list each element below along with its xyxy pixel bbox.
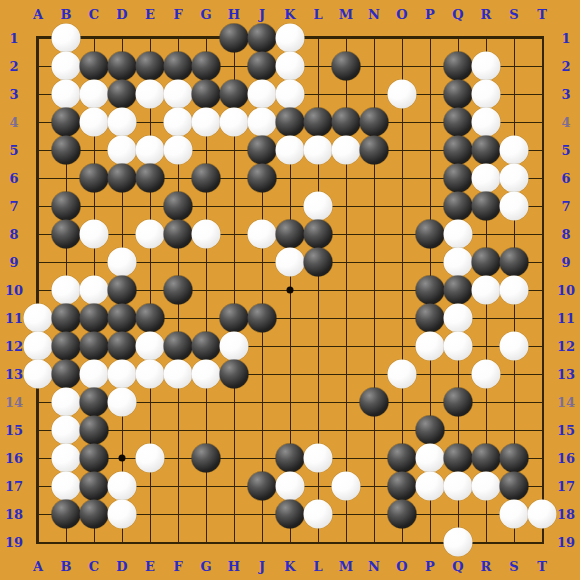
black-stone[interactable] [276,220,305,249]
column-label-top: S [509,8,518,21]
white-stone[interactable] [304,192,333,221]
black-stone[interactable] [192,164,221,193]
black-stone[interactable] [220,80,249,109]
column-label-bottom: E [145,560,155,573]
white-stone[interactable] [500,332,529,361]
white-stone[interactable] [500,276,529,305]
row-label-right: 2 [561,60,570,73]
white-stone[interactable] [472,80,501,109]
row-label-right: 6 [561,172,570,185]
black-stone[interactable] [388,500,417,529]
black-stone[interactable] [164,276,193,305]
white-stone[interactable] [276,136,305,165]
row-label-right: 15 [557,424,575,437]
white-stone[interactable] [472,472,501,501]
column-label-bottom: A [33,560,43,573]
column-label-bottom: S [509,560,518,573]
white-stone[interactable] [248,80,277,109]
column-label-top: T [537,8,547,21]
white-stone[interactable] [472,164,501,193]
black-stone[interactable] [80,444,109,473]
black-stone[interactable] [220,24,249,53]
black-stone[interactable] [500,472,529,501]
black-stone[interactable] [444,164,473,193]
black-stone[interactable] [444,136,473,165]
row-label-right: 16 [557,452,575,465]
column-label-top: J [259,8,265,21]
white-stone[interactable] [472,276,501,305]
black-stone[interactable] [52,304,81,333]
white-stone[interactable] [528,500,557,529]
black-stone[interactable] [248,136,277,165]
white-stone[interactable] [472,360,501,389]
white-stone[interactable] [220,108,249,137]
row-label-left: 12 [5,340,23,353]
black-stone[interactable] [500,248,529,277]
white-stone[interactable] [52,388,81,417]
row-label-left: 5 [9,144,18,157]
white-stone[interactable] [220,332,249,361]
white-stone[interactable] [276,24,305,53]
black-stone[interactable] [444,192,473,221]
black-stone[interactable] [276,444,305,473]
white-stone[interactable] [52,444,81,473]
black-stone[interactable] [444,388,473,417]
white-stone[interactable] [164,80,193,109]
black-stone[interactable] [164,332,193,361]
black-stone[interactable] [164,192,193,221]
black-stone[interactable] [52,108,81,137]
white-stone[interactable] [276,52,305,81]
row-label-right: 17 [557,480,575,493]
white-stone[interactable] [444,472,473,501]
black-stone[interactable] [416,220,445,249]
black-stone[interactable] [80,164,109,193]
white-stone[interactable] [388,80,417,109]
white-stone[interactable] [24,360,53,389]
white-stone[interactable] [136,360,165,389]
black-stone[interactable] [444,444,473,473]
white-stone[interactable] [388,360,417,389]
row-label-right: 18 [557,508,575,521]
white-stone[interactable] [192,360,221,389]
column-label-top: C [89,8,99,21]
black-stone[interactable] [304,248,333,277]
white-stone[interactable] [192,220,221,249]
column-label-top: B [61,8,72,21]
row-label-left: 16 [5,452,23,465]
black-stone[interactable] [444,108,473,137]
column-label-bottom: Q [452,560,463,573]
black-stone[interactable] [276,500,305,529]
row-label-left: 15 [5,424,23,437]
black-stone[interactable] [52,500,81,529]
column-label-top: O [396,8,407,21]
white-stone[interactable] [304,136,333,165]
row-label-right: 9 [561,256,570,269]
white-stone[interactable] [108,136,137,165]
black-stone[interactable] [108,304,137,333]
row-label-right: 4 [561,116,570,129]
white-stone[interactable] [444,332,473,361]
black-stone[interactable] [444,276,473,305]
white-stone[interactable] [80,108,109,137]
column-label-bottom: T [537,560,547,573]
black-stone[interactable] [248,472,277,501]
row-label-right: 1 [561,32,570,45]
row-label-right: 11 [557,312,575,325]
white-stone[interactable] [304,500,333,529]
white-stone[interactable] [52,52,81,81]
black-stone[interactable] [444,80,473,109]
row-label-left: 18 [5,508,23,521]
black-stone[interactable] [192,444,221,473]
column-label-top: M [339,8,353,21]
row-label-left: 4 [9,116,18,129]
black-stone[interactable] [164,52,193,81]
white-stone[interactable] [500,192,529,221]
black-stone[interactable] [80,472,109,501]
black-stone[interactable] [388,472,417,501]
white-stone[interactable] [500,136,529,165]
white-stone[interactable] [276,80,305,109]
black-stone[interactable] [192,52,221,81]
white-stone[interactable] [136,444,165,473]
column-label-bottom: C [89,560,99,573]
column-label-top: H [228,8,240,21]
white-stone[interactable] [304,444,333,473]
white-stone[interactable] [136,136,165,165]
row-label-right: 12 [557,340,575,353]
black-stone[interactable] [80,416,109,445]
white-stone[interactable] [500,164,529,193]
black-stone[interactable] [360,136,389,165]
white-stone[interactable] [80,360,109,389]
column-label-bottom: H [228,560,240,573]
black-stone[interactable] [332,108,361,137]
black-stone[interactable] [360,388,389,417]
white-stone[interactable] [108,388,137,417]
row-label-left: 17 [5,480,23,493]
column-label-bottom: D [116,560,127,573]
white-stone[interactable] [416,332,445,361]
white-stone[interactable] [108,472,137,501]
black-stone[interactable] [220,360,249,389]
row-label-left: 14 [5,396,23,409]
white-stone[interactable] [444,528,473,557]
white-stone[interactable] [80,80,109,109]
column-label-top: K [284,8,295,21]
white-stone[interactable] [444,220,473,249]
column-label-top: R [481,8,492,21]
white-stone[interactable] [472,52,501,81]
black-stone[interactable] [472,444,501,473]
white-stone[interactable] [444,304,473,333]
white-stone[interactable] [164,360,193,389]
white-stone[interactable] [444,248,473,277]
black-stone[interactable] [164,220,193,249]
black-stone[interactable] [52,332,81,361]
column-label-bottom: K [284,560,295,573]
row-label-left: 2 [9,60,18,73]
row-label-left: 11 [5,312,23,325]
white-stone[interactable] [332,136,361,165]
white-stone[interactable] [108,360,137,389]
black-stone[interactable] [192,80,221,109]
column-label-top: Q [452,8,463,21]
column-label-bottom: J [259,560,265,573]
white-stone[interactable] [52,472,81,501]
row-label-left: 1 [9,32,18,45]
black-stone[interactable] [276,108,305,137]
white-stone[interactable] [500,500,529,529]
black-stone[interactable] [388,444,417,473]
black-stone[interactable] [444,52,473,81]
row-label-left: 8 [9,228,18,241]
white-stone[interactable] [108,108,137,137]
black-stone[interactable] [304,220,333,249]
star-point [119,455,126,462]
row-label-left: 19 [5,536,23,549]
column-label-top: E [145,8,155,21]
white-stone[interactable] [136,80,165,109]
black-stone[interactable] [108,80,137,109]
row-label-left: 3 [9,88,18,101]
white-stone[interactable] [248,108,277,137]
column-label-bottom: R [481,560,492,573]
black-stone[interactable] [248,52,277,81]
black-stone[interactable] [108,332,137,361]
black-stone[interactable] [108,164,137,193]
white-stone[interactable] [24,332,53,361]
white-stone[interactable] [472,108,501,137]
black-stone[interactable] [248,24,277,53]
black-stone[interactable] [136,164,165,193]
white-stone[interactable] [52,80,81,109]
column-label-bottom: F [173,560,182,573]
black-stone[interactable] [52,220,81,249]
column-label-top: A [33,8,43,21]
black-stone[interactable] [80,388,109,417]
white-stone[interactable] [136,332,165,361]
white-stone[interactable] [80,276,109,305]
column-label-bottom: L [313,560,322,573]
black-stone[interactable] [472,192,501,221]
white-stone[interactable] [248,220,277,249]
row-label-right: 7 [561,200,570,213]
column-label-bottom: P [425,560,435,573]
black-stone[interactable] [472,136,501,165]
column-label-top: N [368,8,380,21]
column-label-top: D [116,8,127,21]
column-label-bottom: M [339,560,353,573]
black-stone[interactable] [248,164,277,193]
black-stone[interactable] [332,52,361,81]
white-stone[interactable] [136,220,165,249]
white-stone[interactable] [164,108,193,137]
row-label-left: 9 [9,256,18,269]
white-stone[interactable] [164,136,193,165]
black-stone[interactable] [108,276,137,305]
black-stone[interactable] [472,248,501,277]
black-stone[interactable] [80,500,109,529]
white-stone[interactable] [52,24,81,53]
column-label-bottom: G [200,560,211,573]
black-stone[interactable] [220,304,249,333]
black-stone[interactable] [136,52,165,81]
black-stone[interactable] [304,108,333,137]
go-board-app: AABBCCDDEEFFGGHHJJKKLLMMNNOOPPQQRRSSTT11… [0,0,580,580]
white-stone[interactable] [416,472,445,501]
star-point [287,287,294,294]
white-stone[interactable] [276,248,305,277]
column-label-top: F [173,8,182,21]
black-stone[interactable] [80,52,109,81]
row-label-left: 13 [5,368,23,381]
black-stone[interactable] [52,192,81,221]
black-stone[interactable] [416,276,445,305]
black-stone[interactable] [136,304,165,333]
white-stone[interactable] [192,108,221,137]
white-stone[interactable] [108,500,137,529]
row-label-right: 8 [561,228,570,241]
row-label-right: 3 [561,88,570,101]
row-label-right: 10 [557,284,575,297]
row-label-right: 13 [557,368,575,381]
black-stone[interactable] [80,304,109,333]
black-stone[interactable] [52,360,81,389]
white-stone[interactable] [52,416,81,445]
black-stone[interactable] [360,108,389,137]
black-stone[interactable] [52,136,81,165]
white-stone[interactable] [24,304,53,333]
black-stone[interactable] [80,332,109,361]
white-stone[interactable] [52,276,81,305]
white-stone[interactable] [416,444,445,473]
black-stone[interactable] [192,332,221,361]
row-label-right: 19 [557,536,575,549]
column-label-top: G [200,8,211,21]
column-label-bottom: B [61,560,72,573]
column-label-bottom: O [396,560,407,573]
white-stone[interactable] [276,472,305,501]
row-label-left: 7 [9,200,18,213]
black-stone[interactable] [416,304,445,333]
black-stone[interactable] [500,444,529,473]
black-stone[interactable] [416,416,445,445]
column-label-top: P [425,8,435,21]
row-label-right: 5 [561,144,570,157]
black-stone[interactable] [248,304,277,333]
row-label-left: 10 [5,284,23,297]
black-stone[interactable] [108,52,137,81]
white-stone[interactable] [80,220,109,249]
column-label-bottom: N [368,560,380,573]
row-label-right: 14 [557,396,575,409]
row-label-left: 6 [9,172,18,185]
white-stone[interactable] [332,472,361,501]
white-stone[interactable] [108,248,137,277]
column-label-top: L [313,8,322,21]
